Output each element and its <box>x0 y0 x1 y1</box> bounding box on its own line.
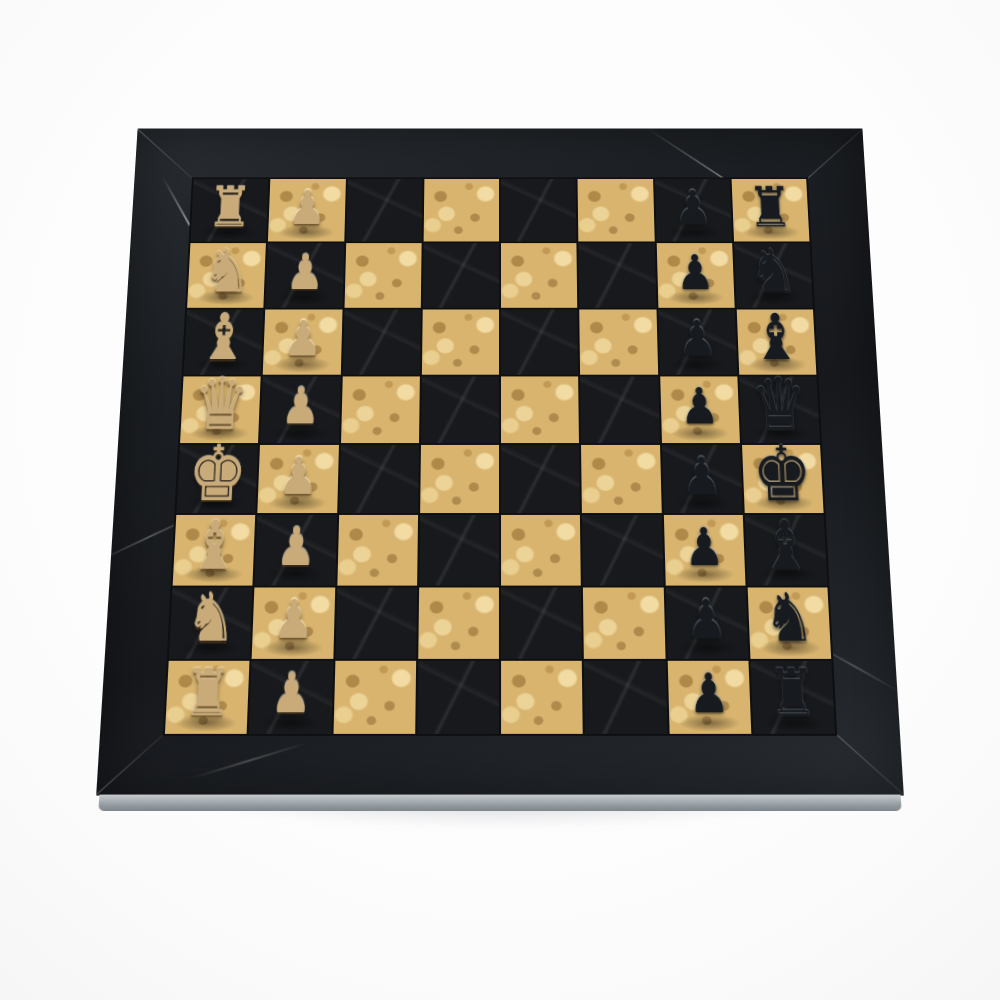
square-a2: ♟ <box>268 179 345 242</box>
piece-black-pawn-g7: ♟ <box>685 593 727 647</box>
marble-vein <box>191 742 308 779</box>
square-b5 <box>501 243 578 307</box>
square-b8: ♞ <box>734 243 813 307</box>
square-b2: ♟ <box>266 243 344 307</box>
square-h2: ♟ <box>249 661 333 734</box>
piece-black-pawn-d7: ♟ <box>679 381 720 431</box>
square-g2: ♟ <box>252 587 335 659</box>
piece-white-pawn-d2: ♟ <box>280 381 321 431</box>
piece-white-pawn-e2: ♟ <box>278 450 319 501</box>
square-g3 <box>335 587 417 659</box>
square-a4 <box>423 179 499 242</box>
square-h5 <box>501 661 583 734</box>
square-a6 <box>578 179 655 242</box>
square-f5 <box>501 515 581 585</box>
square-h6 <box>584 661 667 734</box>
piece-white-knight-b1: ♞ <box>202 242 253 302</box>
square-d2: ♟ <box>260 376 340 443</box>
square-d7: ♟ <box>660 376 740 443</box>
piece-black-pawn-h7: ♟ <box>687 666 730 721</box>
piece-black-knight-g8: ♞ <box>762 585 816 652</box>
board-thickness-edge <box>98 795 901 811</box>
frame-mitre-seam <box>835 733 905 796</box>
piece-black-bishop-f8: ♝ <box>758 512 813 580</box>
piece-black-pawn-b7: ♟ <box>675 248 715 296</box>
square-b4 <box>423 243 500 307</box>
square-g7: ♟ <box>665 587 748 659</box>
square-d5 <box>501 376 579 443</box>
square-f7: ♟ <box>663 515 745 585</box>
square-h1: ♜ <box>165 661 250 734</box>
square-a3 <box>346 179 423 242</box>
square-c3 <box>342 309 420 374</box>
frame-mitre-seam <box>806 129 863 180</box>
piece-white-knight-g1: ♞ <box>184 585 238 652</box>
square-f3 <box>337 515 418 585</box>
square-b3 <box>344 243 421 307</box>
square-e5 <box>501 445 580 513</box>
square-c5 <box>501 309 578 374</box>
piece-black-pawn-a7: ♟ <box>673 184 712 231</box>
square-c6 <box>579 309 657 374</box>
piece-black-king-e8: ♚ <box>751 436 814 513</box>
piece-black-pawn-e7: ♟ <box>681 450 722 501</box>
square-e8: ♚ <box>742 445 824 513</box>
piece-white-pawn-g2: ♟ <box>272 593 314 647</box>
piece-black-pawn-f7: ♟ <box>683 521 725 573</box>
square-a1: ♜ <box>191 179 269 242</box>
piece-white-bishop-f1: ♝ <box>187 512 242 580</box>
square-h3 <box>333 661 416 734</box>
piece-black-knight-b8: ♞ <box>748 242 799 302</box>
piece-black-bishop-c8: ♝ <box>750 306 803 369</box>
square-c4 <box>422 309 499 374</box>
piece-white-king-e1: ♚ <box>186 436 249 513</box>
piece-black-rook-a8: ♜ <box>746 179 793 234</box>
square-h4 <box>417 661 499 734</box>
square-h7: ♟ <box>667 661 751 734</box>
square-f1: ♝ <box>173 515 256 585</box>
piece-black-rook-h8: ♜ <box>767 661 818 726</box>
square-b1: ♞ <box>187 243 266 307</box>
square-a7: ♟ <box>655 179 732 242</box>
frame-mitre-seam <box>137 129 194 180</box>
chess-board: ♜♟♟♜♞♟♟♞♝♟♟♝♛♟♟♛♚♟♟♚♝♟♟♝♞♟♟♞♜♟♟♜ <box>163 177 838 735</box>
square-f4 <box>419 515 499 585</box>
square-d3 <box>341 376 420 443</box>
piece-white-pawn-a2: ♟ <box>287 184 326 231</box>
square-e2: ♟ <box>258 445 339 513</box>
square-c7: ♟ <box>658 309 737 374</box>
frame-mitre-seam <box>95 733 165 796</box>
square-f2: ♟ <box>255 515 337 585</box>
piece-white-pawn-h2: ♟ <box>270 666 313 721</box>
square-a8: ♜ <box>731 179 809 242</box>
square-e6 <box>581 445 661 513</box>
piece-white-pawn-f2: ♟ <box>275 521 317 573</box>
board-perspective-wrapper: ♜♟♟♜♞♟♟♞♝♟♟♝♛♟♟♛♚♟♟♚♝♟♟♝♞♟♟♞♜♟♟♜ <box>96 129 904 796</box>
square-g4 <box>418 587 499 659</box>
chess-board-frame: ♜♟♟♜♞♟♟♞♝♟♟♝♛♟♟♛♚♟♟♚♝♟♟♝♞♟♟♞♜♟♟♜ <box>96 129 904 796</box>
square-e7: ♟ <box>662 445 743 513</box>
square-b7: ♟ <box>656 243 734 307</box>
square-h8: ♜ <box>750 661 835 734</box>
piece-white-pawn-c2: ♟ <box>283 314 323 363</box>
square-d4 <box>421 376 499 443</box>
square-c2: ♟ <box>263 309 342 374</box>
square-g5 <box>501 587 582 659</box>
square-g1: ♞ <box>169 587 253 659</box>
square-e4 <box>420 445 499 513</box>
piece-white-rook-a1: ♜ <box>206 179 253 234</box>
square-b6 <box>579 243 656 307</box>
piece-black-pawn-c7: ♟ <box>677 314 717 363</box>
square-e3 <box>339 445 419 513</box>
piece-white-bishop-c1: ♝ <box>197 306 250 369</box>
square-g8: ♞ <box>747 587 831 659</box>
square-d6 <box>580 376 659 443</box>
square-f8: ♝ <box>745 515 828 585</box>
photo-background: ♜♟♟♜♞♟♟♞♝♟♟♝♛♟♟♛♚♟♟♚♝♟♟♝♞♟♟♞♜♟♟♜ <box>0 0 1000 1000</box>
square-f6 <box>582 515 663 585</box>
square-g6 <box>583 587 665 659</box>
square-e1: ♚ <box>176 445 258 513</box>
piece-white-pawn-b2: ♟ <box>285 248 325 296</box>
piece-white-rook-h1: ♜ <box>182 661 233 726</box>
square-a5 <box>501 179 577 242</box>
